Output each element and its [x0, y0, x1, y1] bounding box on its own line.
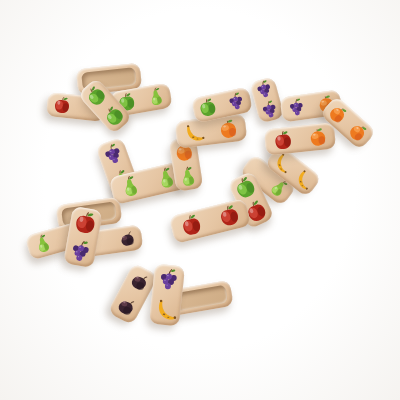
red-apple-icon — [70, 208, 100, 238]
red-apple-icon — [51, 94, 73, 116]
red-apple-icon — [177, 211, 206, 240]
pear-icon — [175, 164, 201, 190]
table-surface — [0, 0, 400, 400]
pear-icon — [116, 173, 145, 202]
domino-tile-grape-banana[interactable] — [149, 264, 185, 327]
grape-icon — [154, 266, 183, 295]
tile-half-plum — [110, 224, 143, 253]
plum-icon — [115, 227, 139, 251]
pear-icon — [30, 231, 56, 257]
tile-half-pear — [139, 82, 173, 112]
grape-icon — [257, 97, 283, 123]
red-apple-icon — [214, 202, 243, 231]
grape-icon — [284, 96, 308, 120]
grape-icon — [224, 90, 249, 115]
tile-half-pear — [173, 162, 204, 192]
tile-half-grape — [219, 87, 253, 117]
banana-icon — [181, 120, 207, 146]
tile-half-red_apple — [46, 92, 77, 119]
domino-tile-red_apple-orange[interactable] — [264, 122, 336, 155]
tile-half-grape — [152, 264, 185, 297]
tile-half-banana — [149, 293, 182, 326]
tile-half-grape — [280, 94, 313, 123]
orange-icon — [343, 117, 373, 147]
tile-half-red_apple — [264, 126, 302, 156]
tile-half-red_apple — [169, 207, 214, 244]
tile-half-orange — [299, 122, 337, 152]
tile-half-grape — [63, 234, 98, 268]
domino-tile-red_apple-red_apple[interactable] — [169, 198, 251, 244]
red-apple-icon — [271, 129, 295, 153]
tile-half-red_apple — [207, 198, 252, 235]
banana-icon — [151, 296, 180, 325]
orange-icon — [305, 125, 329, 149]
green-apple-icon — [195, 96, 220, 121]
grape-icon — [65, 236, 95, 266]
tile-half-banana — [175, 118, 213, 149]
pear-icon — [144, 85, 168, 109]
orange-icon — [216, 116, 242, 142]
